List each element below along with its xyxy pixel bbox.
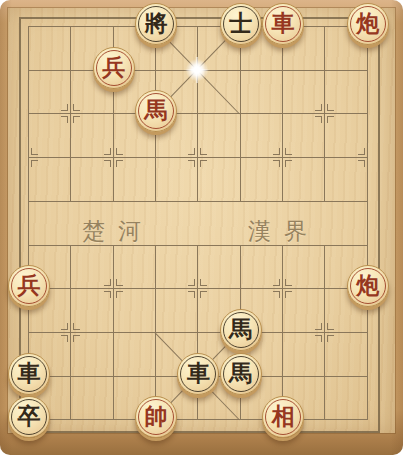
point-mark — [116, 160, 123, 167]
point-mark — [327, 335, 334, 342]
point-mark — [31, 160, 38, 167]
piece-red-soldier[interactable]: 兵 — [8, 265, 50, 307]
point-mark — [200, 279, 207, 286]
point-mark — [61, 116, 68, 123]
grid-v-line — [70, 245, 71, 421]
piece-glyph: 兵 — [94, 48, 134, 87]
grid-v-line — [324, 26, 325, 202]
sparkle-effect — [184, 57, 210, 83]
piece-red-cannon[interactable]: 炮 — [347, 265, 389, 307]
point-mark — [73, 116, 80, 123]
point-mark — [61, 323, 68, 330]
point-mark — [104, 291, 111, 298]
piece-black-horse[interactable]: 馬 — [220, 353, 262, 395]
grid-v-line — [282, 26, 283, 202]
piece-red-elephant[interactable]: 相 — [262, 396, 304, 438]
point-mark — [116, 291, 123, 298]
river-label-han-jie: 漢界 — [248, 216, 320, 247]
piece-black-horse[interactable]: 馬 — [220, 309, 262, 351]
xiangqi-board[interactable]: 楚河 漢界 將士車炮兵馬兵炮馬車車馬卒帥相 — [0, 0, 403, 455]
piece-red-soldier[interactable]: 兵 — [93, 47, 135, 89]
grid-v-line — [113, 245, 114, 421]
point-mark — [61, 335, 68, 342]
piece-red-cannon[interactable]: 炮 — [347, 3, 389, 45]
point-mark — [188, 291, 195, 298]
piece-glyph: 炮 — [348, 266, 388, 305]
piece-glyph: 車 — [9, 354, 49, 393]
piece-glyph: 車 — [178, 354, 218, 393]
point-mark — [327, 104, 334, 111]
point-mark — [285, 291, 292, 298]
point-mark — [200, 160, 207, 167]
piece-red-horse[interactable]: 馬 — [135, 90, 177, 132]
piece-black-general[interactable]: 將 — [135, 3, 177, 45]
river-label-chu-he: 楚河 — [82, 216, 154, 247]
piece-glyph: 馬 — [221, 310, 261, 349]
piece-red-chariot[interactable]: 車 — [262, 3, 304, 45]
point-mark — [73, 104, 80, 111]
point-mark — [358, 148, 365, 155]
piece-black-chariot[interactable]: 車 — [8, 353, 50, 395]
point-mark — [273, 148, 280, 155]
piece-glyph: 炮 — [348, 4, 388, 43]
point-mark — [104, 279, 111, 286]
grid-v-line — [240, 26, 241, 202]
piece-glyph: 士 — [221, 4, 261, 43]
xiangqi-app: 楚河 漢界 將士車炮兵馬兵炮馬車車馬卒帥相 — [0, 0, 403, 455]
piece-glyph: 馬 — [221, 354, 261, 393]
piece-glyph: 卒 — [9, 397, 49, 436]
grid-v-line — [70, 26, 71, 202]
point-mark — [188, 279, 195, 286]
point-mark — [358, 160, 365, 167]
point-mark — [315, 104, 322, 111]
piece-glyph: 兵 — [9, 266, 49, 305]
point-mark — [315, 116, 322, 123]
point-mark — [73, 335, 80, 342]
piece-black-advisor[interactable]: 士 — [220, 3, 262, 45]
piece-black-chariot[interactable]: 車 — [177, 353, 219, 395]
point-mark — [188, 160, 195, 167]
grid-v-line — [367, 26, 368, 420]
point-mark — [315, 323, 322, 330]
point-mark — [327, 116, 334, 123]
piece-glyph: 帥 — [136, 397, 176, 436]
point-mark — [200, 291, 207, 298]
grid-v-line — [282, 245, 283, 421]
grid-v-line — [197, 26, 198, 202]
piece-glyph: 相 — [263, 397, 303, 436]
piece-glyph: 車 — [263, 4, 303, 43]
point-mark — [315, 335, 322, 342]
point-mark — [273, 291, 280, 298]
point-mark — [73, 323, 80, 330]
point-mark — [31, 148, 38, 155]
point-mark — [273, 160, 280, 167]
piece-glyph: 將 — [136, 4, 176, 43]
point-mark — [61, 104, 68, 111]
point-mark — [116, 148, 123, 155]
piece-red-general[interactable]: 帥 — [135, 396, 177, 438]
point-mark — [188, 148, 195, 155]
point-mark — [104, 148, 111, 155]
point-mark — [327, 323, 334, 330]
point-mark — [104, 160, 111, 167]
point-mark — [200, 148, 207, 155]
point-mark — [285, 148, 292, 155]
grid-v-line — [324, 245, 325, 421]
piece-glyph: 馬 — [136, 91, 176, 130]
point-mark — [285, 160, 292, 167]
point-mark — [273, 279, 280, 286]
point-mark — [285, 279, 292, 286]
point-mark — [116, 279, 123, 286]
piece-black-soldier[interactable]: 卒 — [8, 396, 50, 438]
